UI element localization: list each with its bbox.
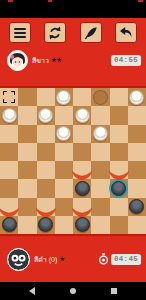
board-square[interactable] (0, 216, 18, 234)
white-piece[interactable] (38, 108, 53, 123)
board-square[interactable] (73, 198, 91, 216)
board-square[interactable] (0, 143, 18, 161)
opponent-stars: ★★ (51, 56, 62, 64)
board-square[interactable] (73, 216, 91, 234)
board-square[interactable] (0, 198, 18, 216)
white-piece[interactable] (93, 126, 108, 141)
undo-button[interactable] (115, 22, 137, 43)
white-piece[interactable] (129, 90, 144, 105)
board-square[interactable] (73, 179, 91, 197)
board[interactable] (0, 88, 146, 234)
board-square[interactable] (37, 216, 55, 234)
black-piece[interactable] (75, 217, 90, 232)
black-piece[interactable] (75, 181, 90, 196)
board-square[interactable] (128, 216, 146, 234)
board-square[interactable] (37, 125, 55, 143)
player-name: สีดำ (0) (34, 254, 57, 265)
home-circle-icon (70, 288, 76, 294)
board-square[interactable] (73, 125, 91, 143)
board-square[interactable] (110, 143, 128, 161)
board-square[interactable] (18, 143, 36, 161)
menu-button[interactable] (9, 22, 31, 43)
board-square[interactable] (55, 179, 73, 197)
board-square[interactable] (128, 88, 146, 106)
white-piece[interactable] (56, 126, 71, 141)
board-square[interactable] (18, 106, 36, 124)
board-square[interactable] (110, 106, 128, 124)
white-piece[interactable] (2, 108, 17, 123)
refresh-icon (48, 26, 62, 40)
opponent-bar: สีขาว ★★ 04:55 (0, 47, 146, 88)
back-triangle-icon (29, 287, 35, 295)
board-square[interactable] (37, 161, 55, 179)
board-square[interactable] (110, 125, 128, 143)
nav-recents-button[interactable] (111, 288, 118, 295)
turn-stopwatch-icon (99, 253, 108, 265)
board-square[interactable] (91, 106, 109, 124)
board-square[interactable] (128, 125, 146, 143)
board-square[interactable] (0, 179, 18, 197)
board-square[interactable] (128, 198, 146, 216)
black-piece[interactable] (2, 217, 17, 232)
recents-square-icon (111, 288, 117, 294)
status-artifact (138, 0, 143, 2)
board-square[interactable] (55, 125, 73, 143)
player-clock: 04:45 (111, 254, 141, 265)
status-artifact (48, 0, 52, 2)
board-square[interactable] (18, 125, 36, 143)
player-bar: สีดำ (0) ★ 04:45 (0, 234, 146, 282)
status-artifact (8, 0, 13, 2)
hamburger-menu-icon (14, 28, 26, 38)
board-square[interactable] (91, 161, 109, 179)
board-square[interactable] (128, 161, 146, 179)
board-square[interactable] (37, 179, 55, 197)
board-square[interactable] (37, 143, 55, 161)
board-square[interactable] (128, 143, 146, 161)
board-square[interactable] (91, 179, 109, 197)
board-square[interactable] (0, 106, 18, 124)
board-square[interactable] (18, 88, 36, 106)
board-square[interactable] (55, 106, 73, 124)
board-square[interactable] (73, 106, 91, 124)
board-square[interactable] (110, 88, 128, 106)
board-square[interactable] (91, 88, 109, 106)
board-square[interactable] (0, 125, 18, 143)
board-square[interactable] (91, 216, 109, 234)
white-piece[interactable] (75, 108, 90, 123)
opponent-name: สีขาว (32, 55, 49, 66)
board-square[interactable] (55, 88, 73, 106)
board-square[interactable] (55, 143, 73, 161)
board-square[interactable] (128, 179, 146, 197)
selection-brackets (3, 91, 15, 103)
status-bar (0, 0, 146, 18)
feather-icon (84, 26, 98, 40)
nav-home-button[interactable] (70, 288, 77, 295)
board-square[interactable] (18, 216, 36, 234)
android-nav-bar (0, 282, 146, 300)
black-piece[interactable] (129, 199, 144, 214)
black-piece-selected[interactable] (111, 181, 126, 196)
board-square[interactable] (18, 161, 36, 179)
board-square[interactable] (73, 143, 91, 161)
board-square[interactable] (91, 198, 109, 216)
refresh-button[interactable] (44, 22, 66, 43)
player-stars: ★ (59, 255, 64, 263)
board-square[interactable] (18, 198, 36, 216)
feather-button[interactable] (80, 22, 102, 43)
black-piece[interactable] (38, 217, 53, 232)
ghost-piece-outline (93, 90, 108, 105)
board-square[interactable] (37, 106, 55, 124)
board-square[interactable] (55, 216, 73, 234)
board-square[interactable] (91, 125, 109, 143)
board-square[interactable] (55, 198, 73, 216)
board-square[interactable] (73, 161, 91, 179)
board-square[interactable] (110, 198, 128, 216)
board-square[interactable] (91, 143, 109, 161)
nav-back-button[interactable] (29, 288, 36, 295)
board-square[interactable] (37, 88, 55, 106)
board-square[interactable] (18, 179, 36, 197)
board-square[interactable] (37, 198, 55, 216)
player-avatar[interactable] (7, 248, 30, 271)
board-square[interactable] (128, 106, 146, 124)
app-screen: สีขาว ★★ 04:55 สีดำ (0) ★ 04:45 (0, 0, 146, 300)
board-square[interactable] (110, 161, 128, 179)
white-piece[interactable] (56, 90, 71, 105)
board-square[interactable] (55, 161, 73, 179)
board-square[interactable] (73, 88, 91, 106)
opponent-clock: 04:55 (111, 55, 141, 66)
opponent-avatar[interactable] (7, 50, 28, 71)
toolbar (0, 18, 146, 47)
board-square[interactable] (0, 161, 18, 179)
undo-arrow-icon (119, 26, 133, 40)
board-square[interactable] (110, 179, 128, 197)
board-square[interactable] (110, 216, 128, 234)
